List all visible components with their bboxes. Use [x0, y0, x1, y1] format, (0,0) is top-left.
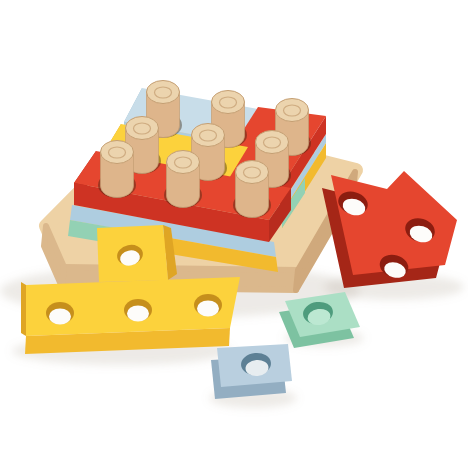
t-bar-left-face [21, 282, 26, 336]
loose-piece-blue-square[interactable] [211, 344, 292, 399]
peg-top [276, 99, 309, 122]
stacking-toy-illustration [0, 0, 468, 468]
t-bar-hole-3-inner [197, 301, 219, 317]
t-bar-hole-1-inner [49, 309, 71, 325]
toy-photo-scene [0, 0, 468, 468]
t-bar-hole-2-inner [127, 306, 149, 322]
loose-piece-red-l[interactable] [322, 171, 457, 288]
